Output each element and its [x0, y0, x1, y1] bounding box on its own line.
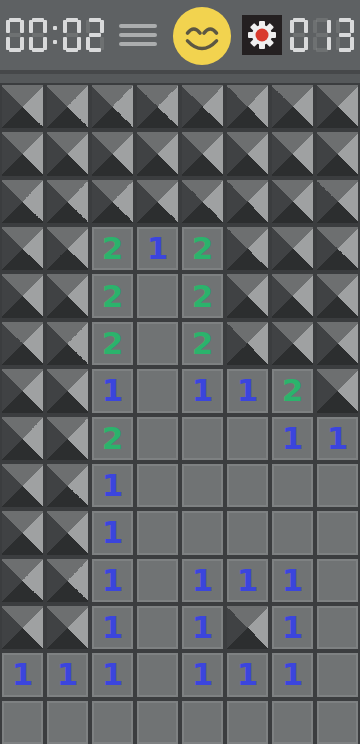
- cell-r9c6: [227, 464, 268, 507]
- cell-r12c7[interactable]: 1: [272, 606, 313, 649]
- cell-r3c1[interactable]: [2, 180, 43, 223]
- cell-r1c5[interactable]: [182, 85, 223, 128]
- cell-r12c2[interactable]: [47, 606, 88, 649]
- cell-r7c8[interactable]: [317, 369, 358, 412]
- cell-r3c7[interactable]: [272, 180, 313, 223]
- seven-seg-digit: [313, 18, 331, 52]
- cell-r8c2[interactable]: [47, 417, 88, 460]
- cell-r1c3[interactable]: [92, 85, 133, 128]
- cell-r11c6[interactable]: 1: [227, 559, 268, 602]
- cell-r3c2[interactable]: [47, 180, 88, 223]
- menu-bar: [119, 33, 157, 37]
- cell-r13c8: [317, 653, 358, 696]
- cell-r9c3[interactable]: 1: [92, 464, 133, 507]
- menu-bar: [119, 42, 157, 46]
- cell-r14c1: [2, 701, 43, 744]
- cell-r1c1[interactable]: [2, 85, 43, 128]
- cell-r14c4: [137, 701, 178, 744]
- cell-r11c4: [137, 559, 178, 602]
- cell-r10c7: [272, 511, 313, 554]
- seven-seg-digit: [63, 18, 81, 52]
- cell-r12c6[interactable]: [227, 606, 268, 649]
- cell-r4c1[interactable]: [2, 227, 43, 270]
- mine-counter-display: [290, 18, 354, 52]
- cell-r4c2[interactable]: [47, 227, 88, 270]
- cell-r5c7[interactable]: [272, 274, 313, 317]
- cell-r8c7[interactable]: 1: [272, 417, 313, 460]
- cell-r1c4[interactable]: [137, 85, 178, 128]
- menu-bar: [119, 24, 157, 28]
- cell-r2c7[interactable]: [272, 132, 313, 175]
- cell-r3c8[interactable]: [317, 180, 358, 223]
- cell-r3c3[interactable]: [92, 180, 133, 223]
- cell-r5c2[interactable]: [47, 274, 88, 317]
- cell-r13c2[interactable]: 1: [47, 653, 88, 696]
- cell-r7c2[interactable]: [47, 369, 88, 412]
- cell-r14c6: [227, 701, 268, 744]
- cell-r6c3[interactable]: 2: [92, 322, 133, 365]
- cell-r5c6[interactable]: [227, 274, 268, 317]
- cell-r13c5[interactable]: 1: [182, 653, 223, 696]
- cell-r6c7[interactable]: [272, 322, 313, 365]
- cell-r5c1[interactable]: [2, 274, 43, 317]
- cell-r6c2[interactable]: [47, 322, 88, 365]
- cell-r11c7[interactable]: 1: [272, 559, 313, 602]
- cell-r14c8: [317, 701, 358, 744]
- cell-r8c3[interactable]: 2: [92, 417, 133, 460]
- cell-r11c1[interactable]: [2, 559, 43, 602]
- cell-r9c8: [317, 464, 358, 507]
- minesweeper-app: 21222221112211111111111111111: [0, 0, 360, 744]
- smiley-face-icon: [173, 7, 231, 65]
- cell-r4c4[interactable]: 1: [137, 227, 178, 270]
- cell-r4c5[interactable]: 2: [182, 227, 223, 270]
- cell-r9c2[interactable]: [47, 464, 88, 507]
- gear-icon: [248, 21, 276, 49]
- cell-r13c3[interactable]: 1: [92, 653, 133, 696]
- cell-r7c7[interactable]: 2: [272, 369, 313, 412]
- mine-red-dot-icon: [255, 29, 268, 42]
- cell-r2c4[interactable]: [137, 132, 178, 175]
- cell-r3c6[interactable]: [227, 180, 268, 223]
- cell-r13c4: [137, 653, 178, 696]
- top-bar: [0, 0, 360, 70]
- cell-r12c3[interactable]: 1: [92, 606, 133, 649]
- cell-r12c5[interactable]: 1: [182, 606, 223, 649]
- cell-r2c2[interactable]: [47, 132, 88, 175]
- cell-r2c5[interactable]: [182, 132, 223, 175]
- cell-r4c7[interactable]: [272, 227, 313, 270]
- cell-r14c2: [47, 701, 88, 744]
- cell-r13c7[interactable]: 1: [272, 653, 313, 696]
- cell-r3c4[interactable]: [137, 180, 178, 223]
- cell-r12c1[interactable]: [2, 606, 43, 649]
- cell-r14c7: [272, 701, 313, 744]
- cell-r1c6[interactable]: [227, 85, 268, 128]
- cell-r10c2[interactable]: [47, 511, 88, 554]
- menu-icon[interactable]: [113, 18, 163, 52]
- cell-r11c5[interactable]: 1: [182, 559, 223, 602]
- cell-r10c3[interactable]: 1: [92, 511, 133, 554]
- cell-r11c2[interactable]: [47, 559, 88, 602]
- cell-r12c4: [137, 606, 178, 649]
- cell-r6c1[interactable]: [2, 322, 43, 365]
- cell-r3c5[interactable]: [182, 180, 223, 223]
- cell-r13c6[interactable]: 1: [227, 653, 268, 696]
- cell-r7c4: [137, 369, 178, 412]
- cell-r7c6[interactable]: 1: [227, 369, 268, 412]
- cell-r6c8[interactable]: [317, 322, 358, 365]
- cell-r10c8: [317, 511, 358, 554]
- cell-r12c8: [317, 606, 358, 649]
- cell-r8c8[interactable]: 1: [317, 417, 358, 460]
- cell-r10c1[interactable]: [2, 511, 43, 554]
- cell-r6c4: [137, 322, 178, 365]
- cell-r4c6[interactable]: [227, 227, 268, 270]
- cell-r1c8[interactable]: [317, 85, 358, 128]
- seven-seg-digit: [86, 18, 104, 52]
- cell-r1c2[interactable]: [47, 85, 88, 128]
- colon-separator: [52, 18, 58, 52]
- cell-r8c6: [227, 417, 268, 460]
- cell-r5c4: [137, 274, 178, 317]
- cell-r5c3[interactable]: 2: [92, 274, 133, 317]
- cell-r10c4: [137, 511, 178, 554]
- cell-r11c8: [317, 559, 358, 602]
- seven-seg-digit: [6, 18, 24, 52]
- header-sub-strip: [0, 74, 360, 83]
- cell-r4c3[interactable]: 2: [92, 227, 133, 270]
- cell-r5c5[interactable]: 2: [182, 274, 223, 317]
- settings-button[interactable]: [242, 15, 282, 55]
- cell-r6c5[interactable]: 2: [182, 322, 223, 365]
- cell-r10c5: [182, 511, 223, 554]
- cell-r4c8[interactable]: [317, 227, 358, 270]
- cell-r14c5: [182, 701, 223, 744]
- cell-r9c7: [272, 464, 313, 507]
- cell-r8c1[interactable]: [2, 417, 43, 460]
- cell-r13c1[interactable]: 1: [2, 653, 43, 696]
- cell-r9c4: [137, 464, 178, 507]
- cell-r2c6[interactable]: [227, 132, 268, 175]
- cell-r7c5[interactable]: 1: [182, 369, 223, 412]
- minesweeper-board: 21222221112211111111111111111: [0, 83, 360, 744]
- cell-r2c8[interactable]: [317, 132, 358, 175]
- cell-r14c3: [92, 701, 133, 744]
- seven-seg-digit: [290, 18, 308, 52]
- seven-seg-digit: [29, 18, 47, 52]
- cell-r2c1[interactable]: [2, 132, 43, 175]
- cell-r9c1[interactable]: [2, 464, 43, 507]
- cell-r6c6[interactable]: [227, 322, 268, 365]
- cell-r7c3[interactable]: 1: [92, 369, 133, 412]
- cell-r8c4: [137, 417, 178, 460]
- cell-r5c8[interactable]: [317, 274, 358, 317]
- cell-r10c6: [227, 511, 268, 554]
- cell-r7c1[interactable]: [2, 369, 43, 412]
- smiley-face-button[interactable]: [171, 5, 233, 67]
- cell-r8c5: [182, 417, 223, 460]
- seven-seg-digit: [336, 18, 354, 52]
- cell-r11c3[interactable]: 1: [92, 559, 133, 602]
- cell-r9c5: [182, 464, 223, 507]
- cell-r2c3[interactable]: [92, 132, 133, 175]
- cell-r1c7[interactable]: [272, 85, 313, 128]
- timer-display: [6, 18, 104, 52]
